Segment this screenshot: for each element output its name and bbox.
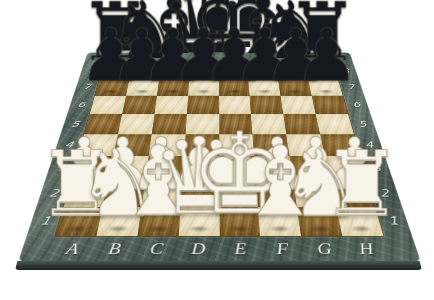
square-h6[interactable]	[312, 96, 348, 114]
file-label-b: B	[91, 236, 137, 262]
chessboard: 87654321 87654321 ABCDEFGH ♜♞♝♛♚♝♞♜♟♟♟♟♟…	[18, 53, 421, 262]
square-h7[interactable]: ♟	[308, 79, 343, 96]
file-label-g: G	[301, 236, 348, 262]
black-pawn-h7[interactable]: ♟	[294, 19, 359, 92]
square-a6[interactable]	[90, 96, 126, 114]
board-grid: ♜♞♝♛♚♝♞♜♟♟♟♟♟♟♟♟♟♟♟♟♟♟♟♟♜♞♝♛♚♝♞♜	[55, 63, 383, 236]
square-b6[interactable]	[122, 96, 157, 114]
file-label-f: F	[260, 236, 305, 262]
file-label-a: A	[48, 236, 96, 262]
chessboard-scene: 87654321 87654321 ABCDEFGH ♜♞♝♛♚♝♞♜♟♟♟♟♟…	[0, 0, 434, 300]
file-label-h: H	[342, 236, 391, 262]
file-label-d: D	[177, 236, 220, 262]
square-c6[interactable]	[154, 96, 188, 114]
square-h1[interactable]: ♜	[336, 207, 383, 236]
board-front-edge	[15, 261, 422, 270]
white-rook-h1[interactable]: ♜	[321, 140, 402, 230]
file-label-e: E	[219, 236, 262, 262]
file-labels: ABCDEFGH	[48, 236, 391, 262]
file-label-c: C	[134, 236, 179, 262]
